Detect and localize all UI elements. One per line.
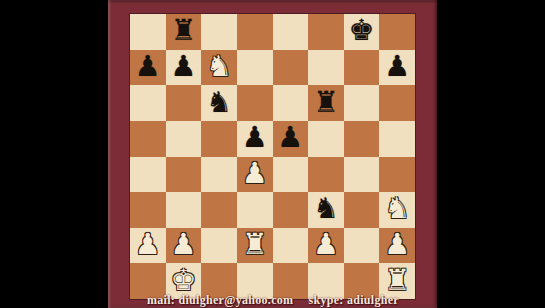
- square-f4[interactable]: [308, 157, 344, 193]
- square-d6[interactable]: [237, 85, 273, 121]
- square-g7[interactable]: [344, 50, 380, 86]
- square-d3[interactable]: [237, 192, 273, 228]
- square-d8[interactable]: [237, 14, 273, 50]
- square-f7[interactable]: [308, 50, 344, 86]
- square-d5[interactable]: ♟: [237, 121, 273, 157]
- square-b3[interactable]: [166, 192, 202, 228]
- white-pawn[interactable]: ♟: [242, 159, 268, 188]
- square-g5[interactable]: [344, 121, 380, 157]
- square-b2[interactable]: ♟: [166, 228, 202, 264]
- square-e6[interactable]: [273, 85, 309, 121]
- square-f2[interactable]: ♟: [308, 228, 344, 264]
- square-g2[interactable]: [344, 228, 380, 264]
- square-h6[interactable]: [379, 85, 415, 121]
- square-e2[interactable]: [273, 228, 309, 264]
- white-knight[interactable]: ♞: [206, 52, 232, 81]
- square-b6[interactable]: [166, 85, 202, 121]
- black-pawn[interactable]: ♟: [277, 123, 303, 152]
- chess-board[interactable]: ♜♚♟♟♞♟♞♜♟♟♟♞♞♟♟♜♟♟♚♜: [129, 13, 416, 300]
- black-pawn[interactable]: ♟: [170, 52, 196, 81]
- contact-bar: mail: diulgher@yahoo.com skype: adiulghe…: [108, 293, 437, 308]
- square-a2[interactable]: ♟: [130, 228, 166, 264]
- skype-text: skype: adiulgher: [309, 293, 399, 308]
- square-f8[interactable]: [308, 14, 344, 50]
- square-g6[interactable]: [344, 85, 380, 121]
- square-e4[interactable]: [273, 157, 309, 193]
- square-h7[interactable]: ♟: [379, 50, 415, 86]
- square-c8[interactable]: [201, 14, 237, 50]
- square-a4[interactable]: [130, 157, 166, 193]
- white-pawn[interactable]: ♟: [135, 230, 161, 259]
- white-pawn[interactable]: ♟: [384, 230, 410, 259]
- square-a6[interactable]: [130, 85, 166, 121]
- square-c3[interactable]: [201, 192, 237, 228]
- black-knight[interactable]: ♞: [313, 194, 339, 223]
- black-knight[interactable]: ♞: [206, 88, 232, 117]
- square-g4[interactable]: [344, 157, 380, 193]
- square-e3[interactable]: [273, 192, 309, 228]
- board-frame: ♜♚♟♟♞♟♞♜♟♟♟♞♞♟♟♜♟♟♚♜ mail: diulgher@yaho…: [108, 0, 437, 308]
- black-pawn[interactable]: ♟: [135, 52, 161, 81]
- square-b7[interactable]: ♟: [166, 50, 202, 86]
- black-rook[interactable]: ♜: [170, 16, 196, 45]
- black-rook[interactable]: ♜: [313, 88, 339, 117]
- square-g8[interactable]: ♚: [344, 14, 380, 50]
- white-rook[interactable]: ♜: [242, 230, 268, 259]
- square-e5[interactable]: ♟: [273, 121, 309, 157]
- black-pawn[interactable]: ♟: [242, 123, 268, 152]
- square-c6[interactable]: ♞: [201, 85, 237, 121]
- square-c4[interactable]: [201, 157, 237, 193]
- square-d4[interactable]: ♟: [237, 157, 273, 193]
- square-g3[interactable]: [344, 192, 380, 228]
- white-rook[interactable]: ♜: [384, 266, 410, 295]
- square-e8[interactable]: [273, 14, 309, 50]
- square-f3[interactable]: ♞: [308, 192, 344, 228]
- square-b5[interactable]: [166, 121, 202, 157]
- white-pawn[interactable]: ♟: [170, 230, 196, 259]
- square-f5[interactable]: [308, 121, 344, 157]
- black-king[interactable]: ♚: [349, 16, 375, 45]
- white-pawn[interactable]: ♟: [313, 230, 339, 259]
- square-b4[interactable]: [166, 157, 202, 193]
- video-frame: ♜♚♟♟♞♟♞♜♟♟♟♞♞♟♟♜♟♟♚♜ mail: diulgher@yaho…: [0, 0, 545, 308]
- square-b8[interactable]: ♜: [166, 14, 202, 50]
- square-c2[interactable]: [201, 228, 237, 264]
- square-h8[interactable]: [379, 14, 415, 50]
- square-c5[interactable]: [201, 121, 237, 157]
- square-a3[interactable]: [130, 192, 166, 228]
- black-pawn[interactable]: ♟: [384, 52, 410, 81]
- square-a8[interactable]: [130, 14, 166, 50]
- square-h3[interactable]: ♞: [379, 192, 415, 228]
- mail-text: mail: diulgher@yahoo.com: [147, 293, 293, 308]
- square-h4[interactable]: [379, 157, 415, 193]
- square-a7[interactable]: ♟: [130, 50, 166, 86]
- white-knight[interactable]: ♞: [384, 194, 410, 223]
- white-king[interactable]: ♚: [170, 266, 196, 295]
- square-h2[interactable]: ♟: [379, 228, 415, 264]
- square-d7[interactable]: [237, 50, 273, 86]
- square-c7[interactable]: ♞: [201, 50, 237, 86]
- square-a5[interactable]: [130, 121, 166, 157]
- square-h5[interactable]: [379, 121, 415, 157]
- square-d2[interactable]: ♜: [237, 228, 273, 264]
- square-e7[interactable]: [273, 50, 309, 86]
- square-f6[interactable]: ♜: [308, 85, 344, 121]
